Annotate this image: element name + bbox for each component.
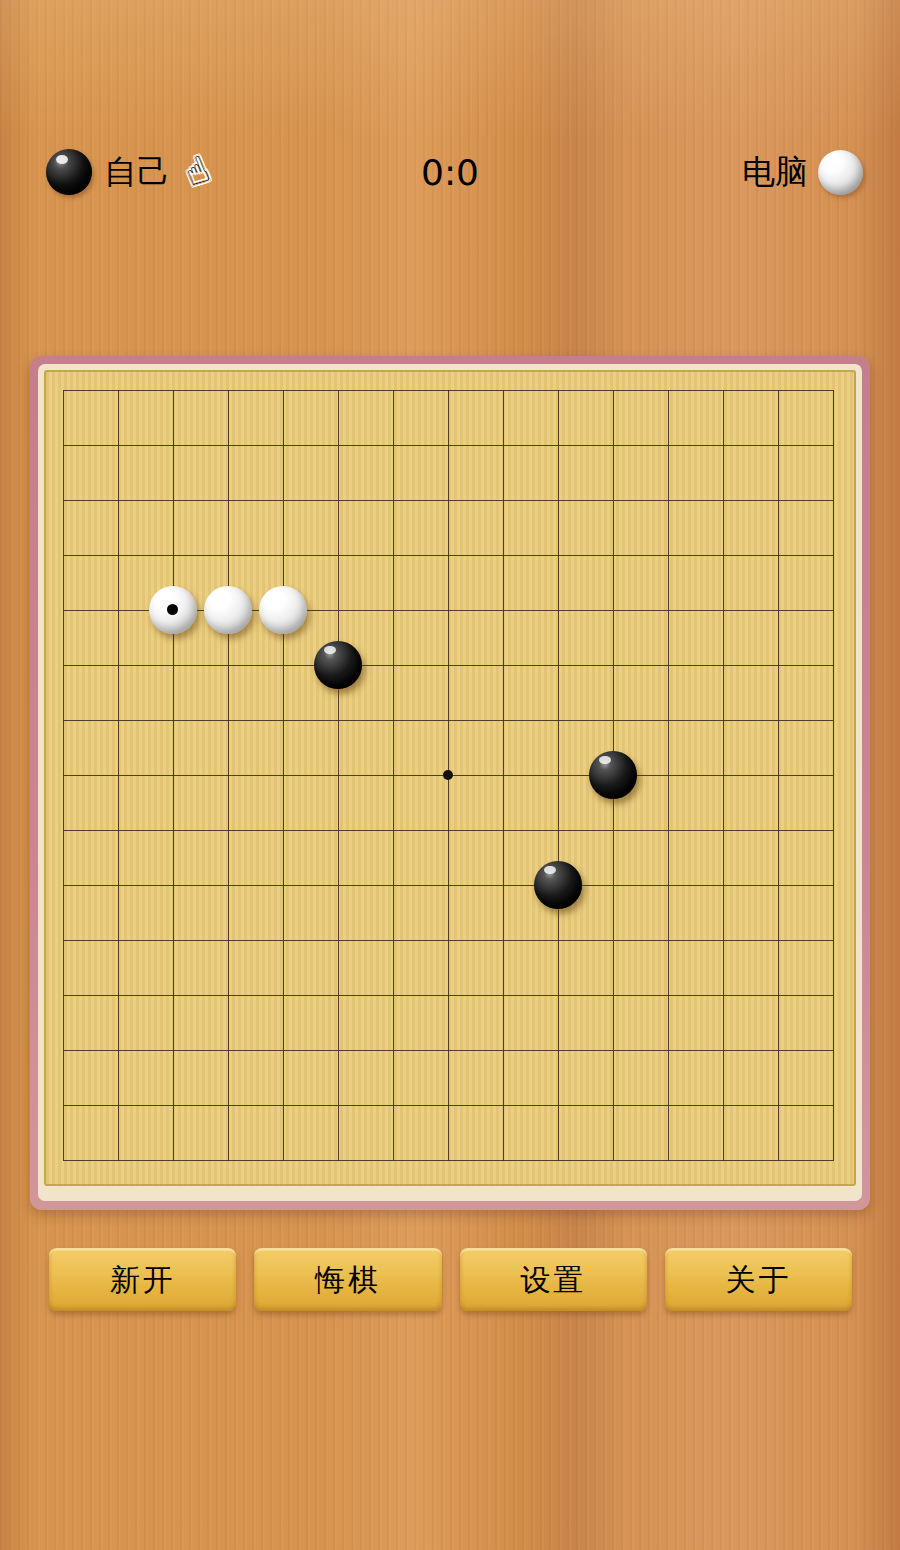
white-stone bbox=[149, 586, 197, 634]
about-button[interactable]: 关于 bbox=[665, 1248, 852, 1311]
black-stone bbox=[589, 751, 637, 799]
white-stone bbox=[259, 586, 307, 634]
new-game-button[interactable]: 新开 bbox=[49, 1248, 236, 1311]
black-stone bbox=[534, 861, 582, 909]
board-frame bbox=[30, 356, 870, 1210]
right-player: 电脑 bbox=[742, 146, 863, 198]
last-move-marker bbox=[167, 604, 178, 615]
white-stone-icon bbox=[818, 150, 863, 195]
settings-button[interactable]: 设置 bbox=[460, 1248, 647, 1311]
white-stone bbox=[204, 586, 252, 634]
toolbar: 新开 悔棋 设置 关于 bbox=[49, 1248, 852, 1311]
undo-move-button[interactable]: 悔棋 bbox=[254, 1248, 441, 1311]
stones-grid[interactable] bbox=[35, 362, 860, 1187]
right-player-label: 电脑 bbox=[742, 146, 808, 198]
black-stone bbox=[314, 641, 362, 689]
app-screen: 自己 ☝ 0:0 电脑 新开 悔棋 设置 关于 bbox=[0, 0, 900, 1550]
